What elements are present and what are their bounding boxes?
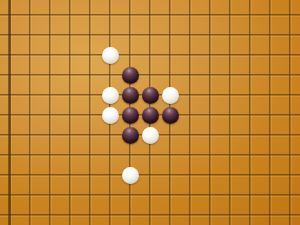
black-stone-cell xyxy=(120,85,140,105)
board-grid xyxy=(0,5,300,225)
white-stone xyxy=(122,167,139,184)
black-stone xyxy=(122,127,139,144)
black-stone-cell xyxy=(140,105,160,125)
black-stone-cell xyxy=(140,85,160,105)
black-stone-cell xyxy=(120,65,140,85)
black-stone-cell xyxy=(160,105,180,125)
white-stone xyxy=(102,47,119,64)
black-stone-cell xyxy=(120,105,140,125)
black-stone xyxy=(162,107,179,124)
white-stone-cell xyxy=(100,85,120,105)
white-stone xyxy=(102,87,119,104)
black-stone-cell xyxy=(120,125,140,145)
white-stone-cell xyxy=(100,45,120,65)
white-stone-cell xyxy=(100,105,120,125)
white-stone-cell xyxy=(120,165,140,185)
white-stone xyxy=(162,87,179,104)
white-stone-cell xyxy=(140,125,160,145)
black-stone xyxy=(122,67,139,84)
white-stone xyxy=(142,127,159,144)
black-stone xyxy=(142,87,159,104)
black-stone xyxy=(122,87,139,104)
gomoku-board[interactable] xyxy=(0,0,300,225)
black-stone xyxy=(142,107,159,124)
white-stone-cell xyxy=(160,85,180,105)
game-screen xyxy=(0,0,300,225)
white-stone xyxy=(102,107,119,124)
black-stone xyxy=(122,107,139,124)
